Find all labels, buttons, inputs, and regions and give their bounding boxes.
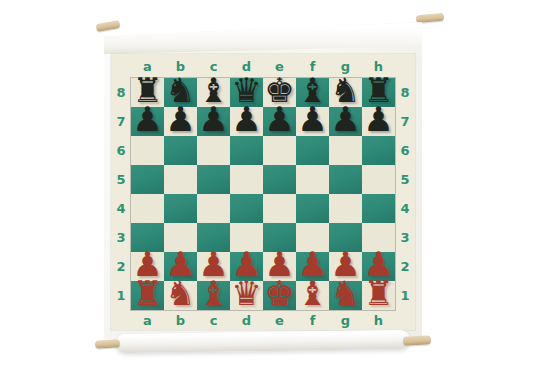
square-d4: [230, 194, 263, 223]
black-pawn-f7: ♟: [297, 102, 327, 136]
black-pawn-d7: ♟: [231, 102, 261, 136]
red-knight-b1: ♞: [165, 276, 195, 310]
square-e8: ♚: [263, 78, 296, 107]
file-label-c-top: c: [197, 54, 230, 78]
square-e4: [263, 194, 296, 223]
square-f5: [296, 165, 329, 194]
red-pawn-c2: ♟: [198, 247, 228, 281]
banner-top-sleeve: [104, 22, 422, 54]
square-b8: ♞: [164, 78, 197, 107]
square-b1: ♞: [164, 281, 197, 310]
square-h1: ♜: [362, 281, 395, 310]
square-d8: ♛: [230, 78, 263, 107]
square-e6: [263, 136, 296, 165]
square-b5: [164, 165, 197, 194]
square-h5: [362, 165, 395, 194]
square-g4: [329, 194, 362, 223]
rank-label-4-left: 4: [111, 194, 131, 223]
square-c8: ♝: [197, 78, 230, 107]
square-d6: [230, 136, 263, 165]
square-a5: [131, 165, 164, 194]
black-pawn-e7: ♟: [264, 102, 294, 136]
square-f8: ♝: [296, 78, 329, 107]
black-rook-a8: ♜: [132, 73, 162, 107]
frame-corner-bottom-right: [395, 310, 415, 330]
square-h8: ♜: [362, 78, 395, 107]
hanging-dowel-left-tip: [95, 20, 120, 32]
rank-label-3-right: 3: [395, 223, 415, 252]
square-d5: [230, 165, 263, 194]
square-c6: [197, 136, 230, 165]
rank-label-8-right: 8: [395, 78, 415, 107]
red-pawn-b2: ♟: [165, 247, 195, 281]
black-pawn-a7: ♟: [132, 102, 162, 136]
square-a6: [131, 136, 164, 165]
rank-label-6-left: 6: [111, 136, 131, 165]
file-label-a-top: a: [131, 54, 164, 78]
square-h6: [362, 136, 395, 165]
red-pawn-h2: ♟: [363, 247, 393, 281]
file-label-c-bottom: c: [197, 310, 230, 330]
file-label-b-top: b: [164, 54, 197, 78]
rank-label-4-right: 4: [395, 194, 415, 223]
square-a8: ♜: [131, 78, 164, 107]
square-h4: [362, 194, 395, 223]
rank-label-1-right: 1: [395, 281, 415, 310]
square-g3: [329, 223, 362, 252]
black-pawn-g7: ♟: [330, 102, 360, 136]
square-b2: ♟: [164, 252, 197, 281]
black-bishop-f8: ♝: [297, 73, 327, 107]
square-a4: [131, 194, 164, 223]
square-d2: ♟: [230, 252, 263, 281]
frame-corner-bottom-left: [111, 310, 131, 330]
square-d3: [230, 223, 263, 252]
file-label-a-bottom: a: [131, 310, 164, 330]
square-d1: ♛: [230, 281, 263, 310]
square-g2: ♟: [329, 252, 362, 281]
bottom-roll: [116, 330, 410, 353]
rank-label-2-right: 2: [395, 252, 415, 281]
rank-label-7-right: 7: [395, 107, 415, 136]
file-label-g-bottom: g: [329, 310, 362, 330]
red-rook-h1: ♜: [363, 276, 393, 310]
black-pawn-b7: ♟: [165, 102, 195, 136]
hanging-dowel-right-tip: [416, 13, 445, 23]
red-pawn-g2: ♟: [330, 247, 360, 281]
square-b7: ♟: [164, 107, 197, 136]
black-knight-b8: ♞: [165, 73, 195, 107]
square-g8: ♞: [329, 78, 362, 107]
demo-board-banner: abcdefgh8♜♞♝♛♚♝♞♜87♟♟♟♟♟♟♟♟7665544332♟♟♟…: [104, 22, 422, 340]
square-a7: ♟: [131, 107, 164, 136]
square-e3: [263, 223, 296, 252]
square-h7: ♟: [362, 107, 395, 136]
red-pawn-f2: ♟: [297, 247, 327, 281]
file-label-f-top: f: [296, 54, 329, 78]
square-c2: ♟: [197, 252, 230, 281]
file-label-b-bottom: b: [164, 310, 197, 330]
black-rook-h8: ♜: [363, 73, 393, 107]
square-c7: ♟: [197, 107, 230, 136]
square-b6: [164, 136, 197, 165]
file-label-h-top: h: [362, 54, 395, 78]
bottom-dowel-right-tip: [403, 335, 431, 345]
rank-label-3-left: 3: [111, 223, 131, 252]
square-d7: ♟: [230, 107, 263, 136]
square-f3: [296, 223, 329, 252]
black-pawn-h7: ♟: [363, 102, 393, 136]
red-pawn-e2: ♟: [264, 247, 294, 281]
red-rook-a1: ♜: [132, 276, 162, 310]
red-knight-g1: ♞: [330, 276, 360, 310]
red-pawn-a2: ♟: [132, 247, 162, 281]
rank-label-7-left: 7: [111, 107, 131, 136]
square-a1: ♜: [131, 281, 164, 310]
rank-label-2-left: 2: [111, 252, 131, 281]
file-label-g-top: g: [329, 54, 362, 78]
square-c3: [197, 223, 230, 252]
black-bishop-c8: ♝: [198, 73, 228, 107]
rank-label-5-left: 5: [111, 165, 131, 194]
square-f4: [296, 194, 329, 223]
file-label-h-bottom: h: [362, 310, 395, 330]
file-label-e-bottom: e: [263, 310, 296, 330]
square-g5: [329, 165, 362, 194]
square-e5: [263, 165, 296, 194]
black-pawn-c7: ♟: [198, 102, 228, 136]
square-g7: ♟: [329, 107, 362, 136]
square-c1: ♝: [197, 281, 230, 310]
square-e1: ♚: [263, 281, 296, 310]
board-frame: abcdefgh8♜♞♝♛♚♝♞♜87♟♟♟♟♟♟♟♟7665544332♟♟♟…: [111, 54, 415, 330]
red-bishop-c1: ♝: [198, 276, 228, 310]
black-king-e8: ♚: [264, 73, 294, 107]
square-f1: ♝: [296, 281, 329, 310]
red-pawn-d2: ♟: [231, 247, 261, 281]
rank-label-6-right: 6: [395, 136, 415, 165]
square-a2: ♟: [131, 252, 164, 281]
frame-corner-top-left: [111, 54, 131, 78]
product-photo: abcdefgh8♜♞♝♛♚♝♞♜87♟♟♟♟♟♟♟♟7665544332♟♟♟…: [0, 0, 540, 370]
square-h2: ♟: [362, 252, 395, 281]
file-label-d-bottom: d: [230, 310, 263, 330]
frame-corner-top-right: [395, 54, 415, 78]
square-g6: [329, 136, 362, 165]
rank-label-8-left: 8: [111, 78, 131, 107]
square-e7: ♟: [263, 107, 296, 136]
rank-label-5-right: 5: [395, 165, 415, 194]
file-label-f-bottom: f: [296, 310, 329, 330]
square-b4: [164, 194, 197, 223]
square-a3: [131, 223, 164, 252]
square-g1: ♞: [329, 281, 362, 310]
square-f7: ♟: [296, 107, 329, 136]
red-queen-d1: ♛: [231, 276, 261, 310]
black-queen-d8: ♛: [231, 73, 261, 107]
file-label-e-top: e: [263, 54, 296, 78]
square-h3: [362, 223, 395, 252]
red-bishop-f1: ♝: [297, 276, 327, 310]
rank-label-1-left: 1: [111, 281, 131, 310]
red-king-e1: ♚: [264, 276, 294, 310]
square-e2: ♟: [263, 252, 296, 281]
square-b3: [164, 223, 197, 252]
square-f2: ♟: [296, 252, 329, 281]
square-c5: [197, 165, 230, 194]
square-f6: [296, 136, 329, 165]
square-c4: [197, 194, 230, 223]
black-knight-g8: ♞: [330, 73, 360, 107]
file-label-d-top: d: [230, 54, 263, 78]
